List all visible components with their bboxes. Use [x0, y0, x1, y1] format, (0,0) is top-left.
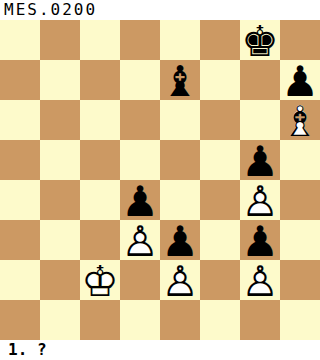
square-a1[interactable] — [0, 300, 40, 340]
square-d5[interactable] — [120, 140, 160, 180]
square-e7[interactable]: ♝ — [160, 60, 200, 100]
black-pawn[interactable]: ♟ — [120, 180, 160, 220]
square-b6[interactable] — [40, 100, 80, 140]
black-pawn[interactable]: ♟ — [240, 220, 280, 260]
square-b8[interactable] — [40, 20, 80, 60]
black-pawn[interactable]: ♟ — [240, 140, 280, 180]
white-king[interactable]: ♚♔ — [80, 260, 120, 300]
square-a5[interactable] — [0, 140, 40, 180]
square-f3[interactable] — [200, 220, 240, 260]
square-g8[interactable]: ♚ — [240, 20, 280, 60]
square-b3[interactable] — [40, 220, 80, 260]
square-c6[interactable] — [80, 100, 120, 140]
square-d8[interactable] — [120, 20, 160, 60]
square-d1[interactable] — [120, 300, 160, 340]
move-prompt: 1. ? — [0, 340, 320, 360]
square-g2[interactable]: ♟♙ — [240, 260, 280, 300]
square-c8[interactable] — [80, 20, 120, 60]
black-pawn[interactable]: ♟ — [160, 220, 200, 260]
square-d3[interactable]: ♟♙ — [120, 220, 160, 260]
chess-board: ♚♝♟♝♗♟♟♟♙♟♙♟♟♚♔♟♙♟♙ — [0, 20, 320, 340]
square-d6[interactable] — [120, 100, 160, 140]
square-f8[interactable] — [200, 20, 240, 60]
square-e5[interactable] — [160, 140, 200, 180]
square-d2[interactable] — [120, 260, 160, 300]
square-g4[interactable]: ♟♙ — [240, 180, 280, 220]
square-f5[interactable] — [200, 140, 240, 180]
square-a8[interactable] — [0, 20, 40, 60]
square-h7[interactable]: ♟ — [280, 60, 320, 100]
square-g6[interactable] — [240, 100, 280, 140]
square-a2[interactable] — [0, 260, 40, 300]
square-a4[interactable] — [0, 180, 40, 220]
square-h2[interactable] — [280, 260, 320, 300]
square-d7[interactable] — [120, 60, 160, 100]
square-b5[interactable] — [40, 140, 80, 180]
square-d4[interactable]: ♟ — [120, 180, 160, 220]
square-h1[interactable] — [280, 300, 320, 340]
square-c7[interactable] — [80, 60, 120, 100]
square-g3[interactable]: ♟ — [240, 220, 280, 260]
square-f7[interactable] — [200, 60, 240, 100]
black-bishop[interactable]: ♝ — [160, 60, 200, 100]
square-e2[interactable]: ♟♙ — [160, 260, 200, 300]
white-pawn[interactable]: ♟♙ — [120, 220, 160, 260]
square-e6[interactable] — [160, 100, 200, 140]
square-b2[interactable] — [40, 260, 80, 300]
chess-computer-screen: MES.0200 ♚♝♟♝♗♟♟♟♙♟♙♟♟♚♔♟♙♟♙ 1. ? — [0, 0, 320, 360]
white-pawn[interactable]: ♟♙ — [160, 260, 200, 300]
square-e4[interactable] — [160, 180, 200, 220]
square-h5[interactable] — [280, 140, 320, 180]
square-f6[interactable] — [200, 100, 240, 140]
square-c2[interactable]: ♚♔ — [80, 260, 120, 300]
black-king[interactable]: ♚ — [240, 20, 280, 60]
white-pawn[interactable]: ♟♙ — [240, 180, 280, 220]
square-f4[interactable] — [200, 180, 240, 220]
square-e8[interactable] — [160, 20, 200, 60]
white-bishop[interactable]: ♝♗ — [280, 100, 320, 140]
square-f1[interactable] — [200, 300, 240, 340]
white-pawn[interactable]: ♟♙ — [240, 260, 280, 300]
square-h4[interactable] — [280, 180, 320, 220]
square-e1[interactable] — [160, 300, 200, 340]
square-a6[interactable] — [0, 100, 40, 140]
square-h3[interactable] — [280, 220, 320, 260]
square-c4[interactable] — [80, 180, 120, 220]
square-a3[interactable] — [0, 220, 40, 260]
square-f2[interactable] — [200, 260, 240, 300]
square-e3[interactable]: ♟ — [160, 220, 200, 260]
square-b4[interactable] — [40, 180, 80, 220]
square-c1[interactable] — [80, 300, 120, 340]
square-h8[interactable] — [280, 20, 320, 60]
square-b1[interactable] — [40, 300, 80, 340]
square-c3[interactable] — [80, 220, 120, 260]
square-b7[interactable] — [40, 60, 80, 100]
square-g1[interactable] — [240, 300, 280, 340]
square-g5[interactable]: ♟ — [240, 140, 280, 180]
square-a7[interactable] — [0, 60, 40, 100]
black-pawn[interactable]: ♟ — [280, 60, 320, 100]
square-h6[interactable]: ♝♗ — [280, 100, 320, 140]
square-c5[interactable] — [80, 140, 120, 180]
square-g7[interactable] — [240, 60, 280, 100]
